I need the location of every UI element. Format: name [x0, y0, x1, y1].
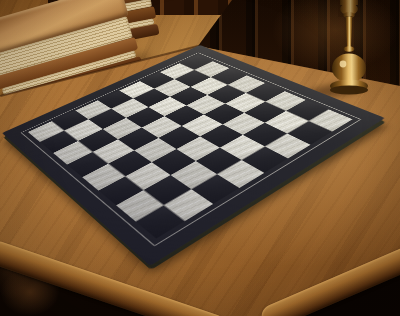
scene	[0, 0, 400, 316]
candlestick	[328, 0, 370, 96]
candlestick-body	[330, 0, 368, 95]
